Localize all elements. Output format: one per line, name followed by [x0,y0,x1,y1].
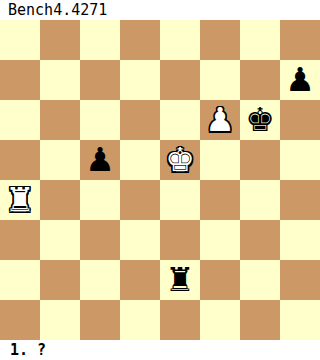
square-g3[interactable] [240,220,280,260]
square-e8[interactable] [160,20,200,60]
move-prompt: 1. ? [0,340,320,360]
square-d4[interactable] [120,180,160,220]
square-d5[interactable] [120,140,160,180]
square-b5[interactable] [40,140,80,180]
square-h5[interactable] [280,140,320,180]
square-f5[interactable] [200,140,240,180]
square-a5[interactable] [0,140,40,180]
square-h6[interactable] [280,100,320,140]
square-d7[interactable] [120,60,160,100]
square-e7[interactable] [160,60,200,100]
square-h1[interactable] [280,300,320,340]
white-king[interactable]: ♚ [165,140,195,180]
square-b4[interactable] [40,180,80,220]
square-b2[interactable] [40,260,80,300]
square-b1[interactable] [40,300,80,340]
square-e1[interactable] [160,300,200,340]
square-f3[interactable] [200,220,240,260]
square-c3[interactable] [80,220,120,260]
square-f2[interactable] [200,260,240,300]
square-f6[interactable]: ♟ [200,100,240,140]
square-d3[interactable] [120,220,160,260]
square-g5[interactable] [240,140,280,180]
white-rook[interactable]: ♜ [5,180,35,220]
square-e2[interactable]: ♜ [160,260,200,300]
square-a7[interactable] [0,60,40,100]
square-g2[interactable] [240,260,280,300]
square-b3[interactable] [40,220,80,260]
square-e3[interactable] [160,220,200,260]
square-a2[interactable] [0,260,40,300]
square-a4[interactable]: ♜ [0,180,40,220]
square-a8[interactable] [0,20,40,60]
square-b7[interactable] [40,60,80,100]
square-d8[interactable] [120,20,160,60]
square-a6[interactable] [0,100,40,140]
square-e5[interactable]: ♚ [160,140,200,180]
square-a3[interactable] [0,220,40,260]
square-f1[interactable] [200,300,240,340]
black-pawn[interactable]: ♟ [85,140,115,180]
square-c4[interactable] [80,180,120,220]
square-f7[interactable] [200,60,240,100]
square-g4[interactable] [240,180,280,220]
square-h4[interactable] [280,180,320,220]
square-f8[interactable] [200,20,240,60]
square-e4[interactable] [160,180,200,220]
square-g6[interactable]: ♚ [240,100,280,140]
square-h3[interactable] [280,220,320,260]
square-b6[interactable] [40,100,80,140]
square-h7[interactable]: ♟ [280,60,320,100]
square-d1[interactable] [120,300,160,340]
square-c7[interactable] [80,60,120,100]
square-d2[interactable] [120,260,160,300]
square-f4[interactable] [200,180,240,220]
square-b8[interactable] [40,20,80,60]
black-king[interactable]: ♚ [245,100,275,140]
chess-diagram-window: Bench4.4271 ♟♟♚♟♚♜♜ 1. ? [0,0,320,360]
square-c5[interactable]: ♟ [80,140,120,180]
square-d6[interactable] [120,100,160,140]
square-c1[interactable] [80,300,120,340]
square-c2[interactable] [80,260,120,300]
white-pawn[interactable]: ♟ [205,100,235,140]
square-c6[interactable] [80,100,120,140]
black-rook[interactable]: ♜ [165,260,195,300]
square-e6[interactable] [160,100,200,140]
square-h8[interactable] [280,20,320,60]
square-c8[interactable] [80,20,120,60]
square-h2[interactable] [280,260,320,300]
square-g7[interactable] [240,60,280,100]
square-a1[interactable] [0,300,40,340]
square-g1[interactable] [240,300,280,340]
black-pawn[interactable]: ♟ [285,60,315,100]
chess-board: ♟♟♚♟♚♜♜ [0,20,320,340]
puzzle-title: Bench4.4271 [0,0,320,20]
square-g8[interactable] [240,20,280,60]
